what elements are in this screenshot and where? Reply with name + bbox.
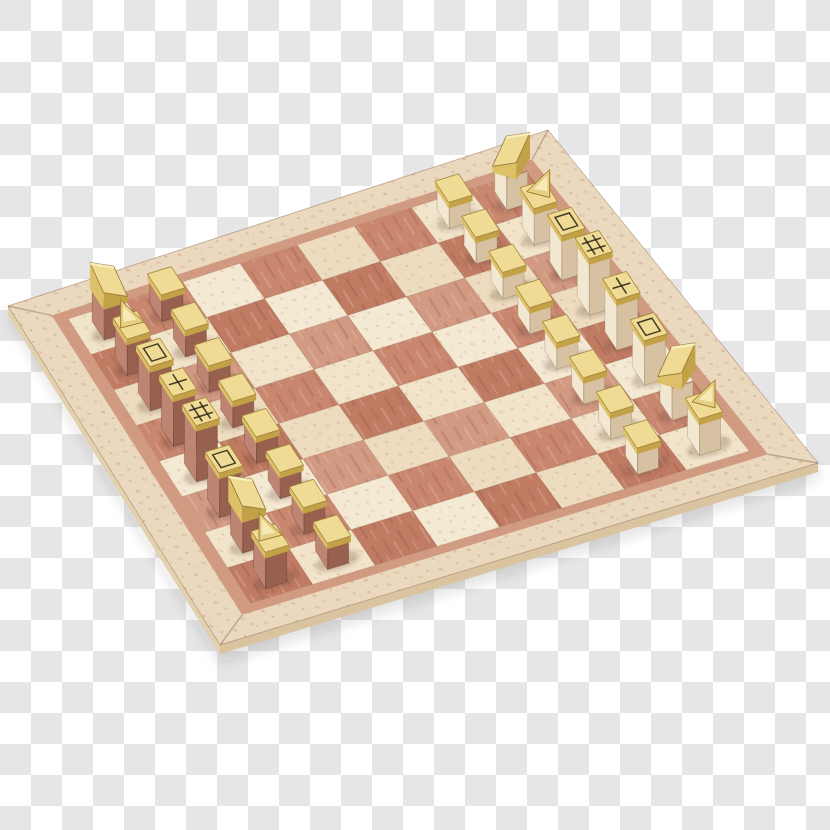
product-photo-stage [0, 0, 830, 830]
chess-set-photo [0, 0, 830, 830]
